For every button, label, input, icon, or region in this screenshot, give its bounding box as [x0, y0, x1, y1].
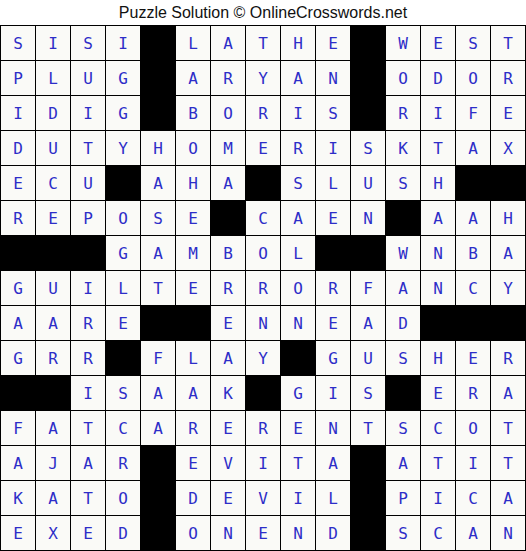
letter-cell: E [176, 201, 210, 235]
letter-cell: E [36, 201, 70, 235]
black-cell [36, 236, 70, 270]
letter-cell: T [351, 411, 385, 445]
black-cell [246, 376, 280, 410]
letter-cell: R [71, 306, 105, 340]
letter-cell: D [386, 306, 420, 340]
letter-cell: S [456, 26, 490, 60]
letter-cell: X [491, 131, 525, 165]
letter-cell: A [36, 306, 70, 340]
letter-cell: I [316, 131, 350, 165]
letter-cell: H [281, 26, 315, 60]
letter-cell: I [36, 26, 70, 60]
letter-cell: S [386, 166, 420, 200]
letter-cell: D [421, 61, 455, 95]
letter-cell: O [246, 236, 280, 270]
black-cell [316, 236, 350, 270]
letter-cell: A [456, 201, 490, 235]
black-cell [491, 166, 525, 200]
letter-cell: A [421, 201, 455, 235]
black-cell [176, 306, 210, 340]
letter-cell: L [36, 61, 70, 95]
letter-cell: E [1, 166, 35, 200]
letter-cell: T [141, 271, 175, 305]
letter-cell: S [106, 376, 140, 410]
letter-cell: E [246, 516, 280, 550]
letter-cell: D [106, 516, 140, 550]
letter-cell: H [141, 131, 175, 165]
black-cell [281, 341, 315, 375]
letter-cell: N [421, 271, 455, 305]
letter-cell: P [71, 201, 105, 235]
letter-cell: G [316, 341, 350, 375]
letter-cell: R [281, 131, 315, 165]
letter-cell: F [351, 271, 385, 305]
letter-cell: G [1, 271, 35, 305]
letter-cell: A [316, 446, 350, 480]
black-cell [1, 236, 35, 270]
letter-cell: N [246, 306, 280, 340]
letter-cell: E [421, 376, 455, 410]
black-cell [141, 61, 175, 95]
letter-cell: S [386, 516, 420, 550]
letter-cell: O [211, 96, 245, 130]
letter-cell: T [421, 131, 455, 165]
letter-cell: A [491, 481, 525, 515]
letter-cell: R [176, 411, 210, 445]
letter-cell: K [211, 376, 245, 410]
letter-cell: S [71, 26, 105, 60]
letter-cell: N [491, 516, 525, 550]
letter-cell: L [106, 271, 140, 305]
letter-cell: R [491, 341, 525, 375]
letter-cell: C [456, 271, 490, 305]
black-cell [351, 61, 385, 95]
letter-cell: S [386, 341, 420, 375]
letter-cell: G [106, 61, 140, 95]
letter-cell: C [421, 411, 455, 445]
letter-cell: I [71, 271, 105, 305]
black-cell [141, 481, 175, 515]
letter-cell: E [421, 26, 455, 60]
letter-cell: I [421, 481, 455, 515]
page: Puzzle Solution © OnlineCrosswords.net S… [0, 0, 526, 551]
letter-cell: E [456, 341, 490, 375]
black-cell [351, 26, 385, 60]
letter-cell: E [316, 306, 350, 340]
letter-cell: N [281, 516, 315, 550]
letter-cell: X [36, 516, 70, 550]
letter-cell: A [456, 516, 490, 550]
letter-cell: I [316, 376, 350, 410]
letter-cell: E [176, 446, 210, 480]
letter-cell: N [211, 516, 245, 550]
black-cell [386, 201, 420, 235]
letter-cell: H [421, 341, 455, 375]
letter-cell: A [36, 411, 70, 445]
letter-cell: T [421, 446, 455, 480]
letter-cell: G [106, 96, 140, 130]
black-cell [246, 166, 280, 200]
letter-cell: M [176, 236, 210, 270]
letter-cell: S [316, 96, 350, 130]
black-cell [141, 306, 175, 340]
letter-cell: U [71, 166, 105, 200]
letter-cell: E [176, 271, 210, 305]
letter-cell: O [176, 131, 210, 165]
letter-cell: A [141, 166, 175, 200]
letter-cell: A [281, 61, 315, 95]
black-cell [1, 376, 35, 410]
black-cell [211, 201, 245, 235]
black-cell [386, 376, 420, 410]
letter-cell: C [106, 411, 140, 445]
letter-cell: H [421, 166, 455, 200]
letter-cell: O [456, 411, 490, 445]
letter-cell: E [211, 411, 245, 445]
letter-cell: U [36, 131, 70, 165]
letter-cell: I [71, 376, 105, 410]
letter-cell: N [316, 411, 350, 445]
letter-cell: U [351, 341, 385, 375]
letter-cell: A [71, 446, 105, 480]
letter-cell: O [106, 201, 140, 235]
black-cell [491, 306, 525, 340]
black-cell [351, 481, 385, 515]
letter-cell: N [351, 201, 385, 235]
letter-cell: I [281, 481, 315, 515]
letter-cell: R [106, 446, 140, 480]
letter-cell: S [141, 201, 175, 235]
letter-cell: A [351, 306, 385, 340]
letter-cell: T [71, 131, 105, 165]
letter-cell: N [316, 61, 350, 95]
letter-cell: F [456, 96, 490, 130]
letter-cell: R [211, 271, 245, 305]
letter-cell: R [36, 341, 70, 375]
letter-cell: I [421, 96, 455, 130]
letter-cell: R [456, 376, 490, 410]
letter-cell: T [281, 446, 315, 480]
black-cell [351, 236, 385, 270]
letter-cell: R [246, 271, 280, 305]
letter-cell: L [281, 236, 315, 270]
letter-cell: L [176, 26, 210, 60]
letter-cell: O [386, 61, 420, 95]
letter-cell: Y [246, 341, 280, 375]
letter-cell: B [211, 236, 245, 270]
letter-cell: S [281, 166, 315, 200]
letter-cell: V [246, 481, 280, 515]
letter-cell: A [141, 376, 175, 410]
letter-cell: R [246, 411, 280, 445]
letter-cell: N [421, 236, 455, 270]
letter-cell: W [386, 26, 420, 60]
letter-cell: T [71, 481, 105, 515]
letter-cell: D [316, 516, 350, 550]
letter-cell: A [1, 306, 35, 340]
crossword-grid: SISILATHEWESTPLUGARYANODORIDIGBORISRIFED… [0, 25, 526, 551]
letter-cell: B [176, 96, 210, 130]
letter-cell: A [456, 131, 490, 165]
letter-cell: T [71, 411, 105, 445]
letter-cell: A [491, 236, 525, 270]
letter-cell: I [106, 26, 140, 60]
letter-cell: S [386, 411, 420, 445]
letter-cell: M [211, 131, 245, 165]
letter-cell: E [281, 411, 315, 445]
letter-cell: L [316, 166, 350, 200]
letter-cell: P [386, 481, 420, 515]
letter-cell: G [106, 236, 140, 270]
letter-cell: I [456, 446, 490, 480]
letter-cell: E [491, 96, 525, 130]
letter-cell: O [176, 516, 210, 550]
letter-cell: L [176, 341, 210, 375]
letter-cell: F [141, 341, 175, 375]
letter-cell: U [71, 61, 105, 95]
letter-cell: R [246, 96, 280, 130]
letter-cell: A [211, 341, 245, 375]
letter-cell: H [491, 201, 525, 235]
letter-cell: A [36, 481, 70, 515]
black-cell [71, 236, 105, 270]
letter-cell: O [456, 61, 490, 95]
black-cell [456, 166, 490, 200]
letter-cell: H [176, 166, 210, 200]
letter-cell: D [1, 131, 35, 165]
page-title: Puzzle Solution © OnlineCrosswords.net [0, 0, 526, 25]
letter-cell: G [1, 341, 35, 375]
black-cell [141, 516, 175, 550]
letter-cell: P [1, 61, 35, 95]
black-cell [351, 516, 385, 550]
letter-cell: T [246, 26, 280, 60]
letter-cell: A [386, 446, 420, 480]
black-cell [106, 341, 140, 375]
letter-cell: R [1, 201, 35, 235]
black-cell [351, 96, 385, 130]
letter-cell: R [491, 61, 525, 95]
letter-cell: I [71, 96, 105, 130]
letter-cell: I [246, 446, 280, 480]
letter-cell: W [386, 236, 420, 270]
letter-cell: D [176, 481, 210, 515]
letter-cell: T [491, 446, 525, 480]
black-cell [141, 26, 175, 60]
letter-cell: K [1, 481, 35, 515]
letter-cell: K [386, 131, 420, 165]
letter-cell: Y [246, 61, 280, 95]
letter-cell: R [71, 341, 105, 375]
letter-cell: A [176, 376, 210, 410]
letter-cell: S [1, 26, 35, 60]
letter-cell: A [386, 271, 420, 305]
letter-cell: C [246, 201, 280, 235]
black-cell [456, 306, 490, 340]
letter-cell: R [316, 271, 350, 305]
letter-cell: Y [106, 131, 140, 165]
letter-cell: A [491, 376, 525, 410]
letter-cell: L [316, 481, 350, 515]
letter-cell: D [36, 96, 70, 130]
letter-cell: E [211, 481, 245, 515]
letter-cell: C [421, 516, 455, 550]
letter-cell: V [211, 446, 245, 480]
letter-cell: E [211, 306, 245, 340]
letter-cell: A [141, 236, 175, 270]
letter-cell: J [36, 446, 70, 480]
letter-cell: B [456, 236, 490, 270]
black-cell [141, 96, 175, 130]
letter-cell: N [281, 306, 315, 340]
letter-cell: U [351, 166, 385, 200]
black-cell [36, 376, 70, 410]
letter-cell: T [491, 411, 525, 445]
letter-cell: A [211, 26, 245, 60]
letter-cell: R [211, 61, 245, 95]
letter-cell: E [316, 26, 350, 60]
letter-cell: A [1, 446, 35, 480]
letter-cell: E [71, 516, 105, 550]
black-cell [141, 446, 175, 480]
letter-cell: S [351, 376, 385, 410]
black-cell [351, 446, 385, 480]
letter-cell: T [491, 26, 525, 60]
letter-cell: A [141, 411, 175, 445]
letter-cell: I [1, 96, 35, 130]
letter-cell: O [106, 481, 140, 515]
letter-cell: A [211, 166, 245, 200]
letter-cell: G [281, 376, 315, 410]
letter-cell: E [1, 516, 35, 550]
letter-cell: E [316, 201, 350, 235]
letter-cell: C [36, 166, 70, 200]
letter-cell: Y [491, 271, 525, 305]
letter-cell: E [246, 131, 280, 165]
black-cell [106, 166, 140, 200]
letter-cell: C [456, 481, 490, 515]
black-cell [421, 306, 455, 340]
letter-cell: O [281, 271, 315, 305]
letter-cell: I [281, 96, 315, 130]
letter-cell: U [36, 271, 70, 305]
letter-cell: A [281, 201, 315, 235]
letter-cell: A [176, 61, 210, 95]
letter-cell: R [386, 96, 420, 130]
letter-cell: E [106, 306, 140, 340]
letter-cell: S [351, 131, 385, 165]
letter-cell: F [1, 411, 35, 445]
